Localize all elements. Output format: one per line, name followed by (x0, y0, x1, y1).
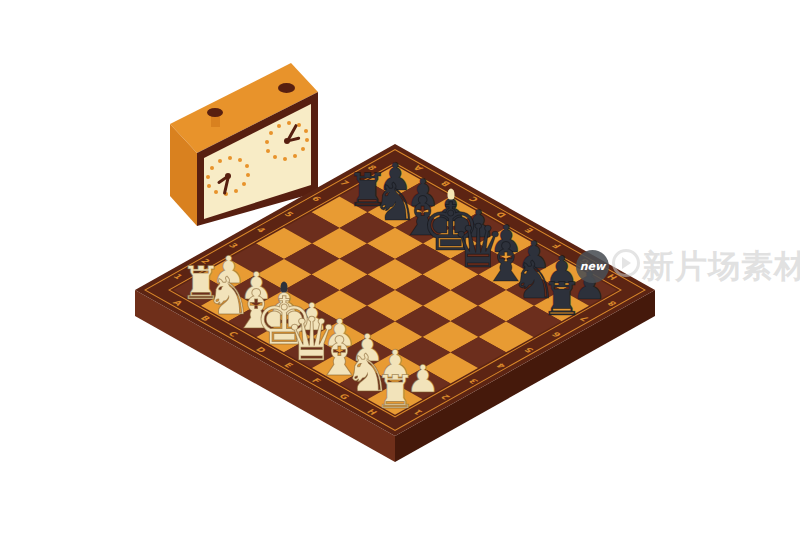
piece-black-king-finial (447, 188, 454, 199)
rank-label-6-right: 6 (551, 331, 564, 338)
clock-button-right (278, 83, 295, 93)
rank-label-6-left: 6 (310, 195, 323, 202)
rank-label-3-right: 3 (468, 377, 481, 384)
rank-label-4-right: 4 (495, 362, 508, 369)
rank-label-5-left: 5 (282, 211, 295, 218)
sparkle-icon (605, 246, 610, 253)
rank-label-5-right: 5 (523, 346, 536, 353)
illustration-canvas: AA11BB22CC33DD44EE55FF66GG77HH88 ♜♟♜♟♞♟♞… (0, 0, 800, 533)
rank-label-8-right: 8 (606, 300, 619, 307)
rank-label-2-right: 2 (440, 393, 453, 400)
piece-white-rook-h1: ♜ (374, 369, 415, 415)
rank-label-4-left: 4 (254, 227, 267, 234)
piece-white-king-finial (281, 282, 288, 293)
file-label-h-far: H (606, 273, 620, 281)
piece-black-rook-h7: ♜ (541, 275, 582, 321)
watermark-text: 新片场素材 (642, 245, 800, 289)
clock-button-left (207, 108, 223, 117)
sparkle-icon (610, 255, 615, 259)
